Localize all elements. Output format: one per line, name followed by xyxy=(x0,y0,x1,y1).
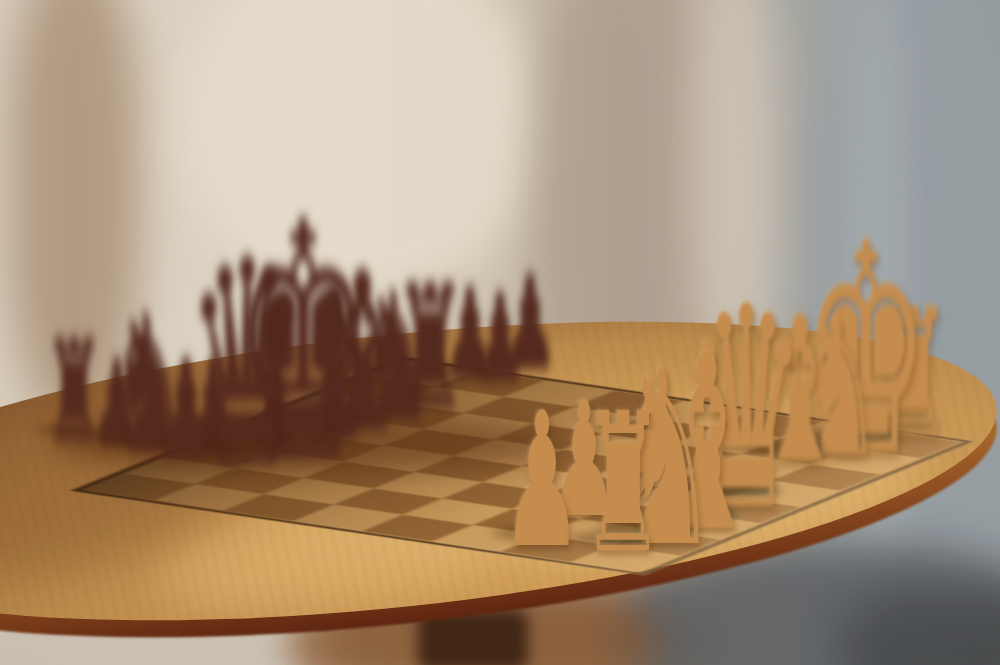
white-pawn[interactable]: ♟ xyxy=(502,388,582,574)
photo-scene: ♟♟♟♜♞♝♝♜♟♟♚♞♟♛♟♜♚♞♝♛♟♝♞♟♜ xyxy=(0,0,1000,665)
black-pawn[interactable]: ♟ xyxy=(157,342,215,476)
pieces-layer: ♟♟♟♜♞♝♝♜♟♟♚♞♟♛♟♜♚♞♝♛♟♝♞♟♜ xyxy=(0,0,1000,665)
white-rook[interactable]: ♜ xyxy=(582,388,665,580)
